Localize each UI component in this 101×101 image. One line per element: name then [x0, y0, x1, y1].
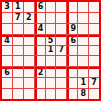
cell-r5c9[interactable]: [89, 46, 99, 56]
given-digit: 7: [59, 46, 65, 54]
cell-r4c6[interactable]: [56, 35, 66, 45]
cell-r2c9[interactable]: [89, 13, 99, 23]
cell-r8c3[interactable]: [24, 78, 34, 88]
cell-r2c2[interactable]: 7: [13, 13, 23, 23]
cell-r5c7[interactable]: [67, 46, 77, 56]
cell-r7c4[interactable]: 2: [35, 67, 45, 77]
cell-r4c1[interactable]: 4: [2, 35, 12, 45]
given-digit: 8: [80, 90, 86, 98]
cell-r8c6[interactable]: [56, 78, 66, 88]
cell-r7c2[interactable]: [13, 67, 23, 77]
cell-r6c3[interactable]: [24, 56, 34, 66]
cell-r5c5[interactable]: 1: [46, 46, 56, 56]
cell-r6c8[interactable]: [78, 56, 88, 66]
cell-r3c8[interactable]: [78, 24, 88, 34]
given-digit: 4: [4, 37, 10, 45]
given-digit: 6: [38, 3, 44, 11]
cell-r3c7[interactable]: 9: [67, 24, 77, 34]
cell-r9c2[interactable]: [13, 89, 23, 99]
cell-r7c9[interactable]: [89, 67, 99, 77]
cell-r7c6[interactable]: [56, 67, 66, 77]
cell-r9c6[interactable]: [56, 89, 66, 99]
cell-r3c4[interactable]: 4: [35, 24, 45, 34]
cell-r6c5[interactable]: [46, 56, 56, 66]
cell-r3c9[interactable]: [89, 24, 99, 34]
cell-r8c5[interactable]: [46, 78, 56, 88]
cell-r7c5[interactable]: [46, 67, 56, 77]
cell-r4c3[interactable]: [24, 35, 34, 45]
cell-r5c2[interactable]: [13, 46, 23, 56]
cell-r6c2[interactable]: [13, 56, 23, 66]
cell-r7c3[interactable]: [24, 67, 34, 77]
given-digit: 7: [15, 14, 21, 22]
cell-r8c2[interactable]: [13, 78, 23, 88]
cell-r1c6[interactable]: [56, 2, 66, 12]
given-digit: 1: [80, 79, 86, 87]
given-digit: 3: [4, 3, 10, 11]
cell-r8c9[interactable]: 7: [89, 78, 99, 88]
cell-r9c3[interactable]: [24, 89, 34, 99]
sudoku-board: 31672494561762178: [0, 0, 101, 101]
cell-r2c3[interactable]: 2: [24, 13, 34, 23]
cell-r7c7[interactable]: [67, 67, 77, 77]
cell-r3c3[interactable]: [24, 24, 34, 34]
cell-r7c1[interactable]: 6: [2, 67, 12, 77]
cell-r1c9[interactable]: [89, 2, 99, 12]
cell-r2c6[interactable]: [56, 13, 66, 23]
cell-r7c8[interactable]: [78, 67, 88, 77]
given-digit: 7: [91, 79, 97, 87]
cell-r9c7[interactable]: [67, 89, 77, 99]
cell-r4c7[interactable]: 6: [67, 35, 77, 45]
cell-r9c9[interactable]: [89, 89, 99, 99]
cell-r5c1[interactable]: [2, 46, 12, 56]
cell-r4c9[interactable]: [89, 35, 99, 45]
given-digit: 1: [48, 46, 54, 54]
given-digit: 2: [26, 14, 32, 22]
cell-r5c3[interactable]: [24, 46, 34, 56]
given-digit: 1: [15, 3, 21, 11]
cell-r6c1[interactable]: [2, 56, 12, 66]
cell-r2c4[interactable]: [35, 13, 45, 23]
cell-r2c8[interactable]: [78, 13, 88, 23]
cell-r5c8[interactable]: [78, 46, 88, 56]
cell-r2c5[interactable]: [46, 13, 56, 23]
cell-r1c2[interactable]: 1: [13, 2, 23, 12]
given-digit: 4: [38, 25, 44, 33]
cell-r8c8[interactable]: 1: [78, 78, 88, 88]
cell-r8c4[interactable]: [35, 78, 45, 88]
cell-r4c2[interactable]: [13, 35, 23, 45]
cell-r8c1[interactable]: [2, 78, 12, 88]
cell-r1c5[interactable]: [46, 2, 56, 12]
cell-r1c7[interactable]: [67, 2, 77, 12]
cell-r1c1[interactable]: 3: [2, 2, 12, 12]
cell-r8c7[interactable]: [67, 78, 77, 88]
cell-r9c8[interactable]: 8: [78, 89, 88, 99]
cell-r4c8[interactable]: [78, 35, 88, 45]
given-digit: 5: [48, 37, 54, 45]
cell-r4c4[interactable]: [35, 35, 45, 45]
cell-r1c3[interactable]: [24, 2, 34, 12]
cell-r9c1[interactable]: [2, 89, 12, 99]
cell-r6c7[interactable]: [67, 56, 77, 66]
cell-r1c4[interactable]: 6: [35, 2, 45, 12]
cell-r4c5[interactable]: 5: [46, 35, 56, 45]
given-digit: 6: [70, 37, 76, 45]
cell-r2c7[interactable]: [67, 13, 77, 23]
cell-r1c8[interactable]: [78, 2, 88, 12]
cell-r3c5[interactable]: [46, 24, 56, 34]
cell-r6c6[interactable]: [56, 56, 66, 66]
given-digit: 2: [38, 69, 44, 77]
cell-r5c4[interactable]: [35, 46, 45, 56]
cell-r6c9[interactable]: [89, 56, 99, 66]
cell-r9c5[interactable]: [46, 89, 56, 99]
given-digit: 9: [70, 25, 76, 33]
cell-r3c2[interactable]: [13, 24, 23, 34]
cell-r6c4[interactable]: [35, 56, 45, 66]
cell-r3c6[interactable]: [56, 24, 66, 34]
cell-r5c6[interactable]: 7: [56, 46, 66, 56]
cell-r2c1[interactable]: [2, 13, 12, 23]
cell-r9c4[interactable]: [35, 89, 45, 99]
cell-r3c1[interactable]: [2, 24, 12, 34]
given-digit: 6: [4, 69, 10, 77]
